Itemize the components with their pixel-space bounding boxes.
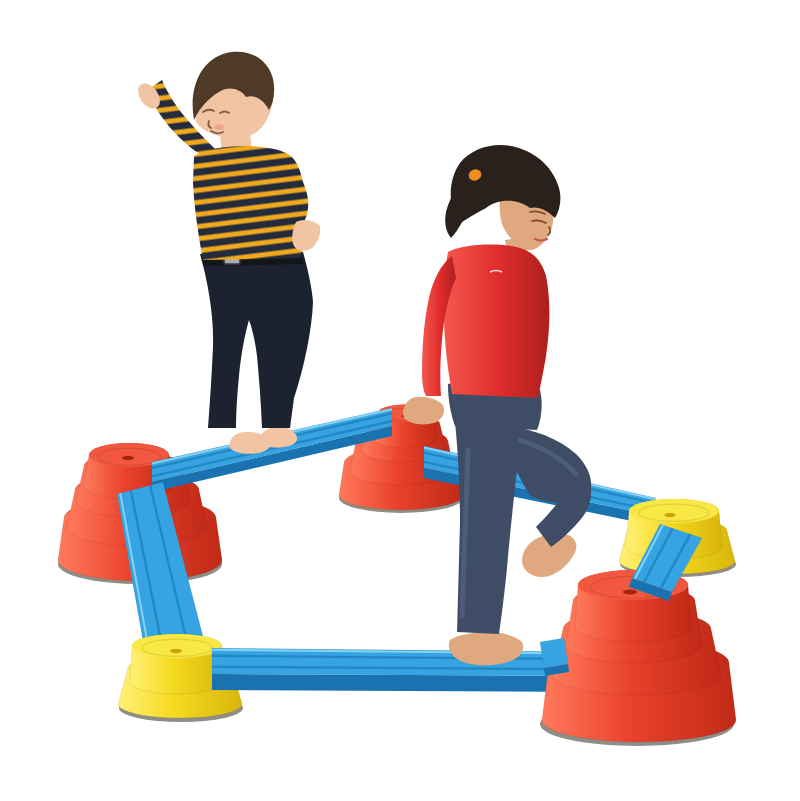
girl-left-foot — [449, 632, 523, 666]
boy-cheek-blush — [214, 124, 224, 130]
plank-front — [212, 648, 596, 692]
plank-connector — [540, 638, 569, 676]
balance-course-photo — [0, 0, 800, 801]
girl-torso-shirt — [444, 245, 549, 398]
product-photo: Two barefoot children play on a toy bala… — [0, 0, 800, 801]
